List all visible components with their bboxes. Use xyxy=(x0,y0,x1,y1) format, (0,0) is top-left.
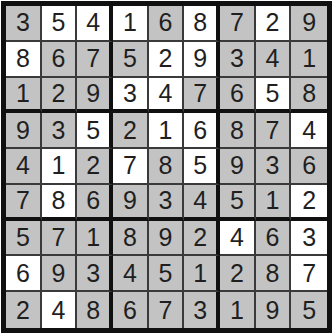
cell-r8c9: 7 xyxy=(291,256,327,292)
cell-r5c4: 7 xyxy=(113,149,149,185)
cell-r3c3: 9 xyxy=(77,78,113,114)
cell-r6c7: 5 xyxy=(220,185,256,221)
cell-r1c2: 5 xyxy=(42,6,78,42)
cell-r5c7: 9 xyxy=(220,149,256,185)
cell-r5c8: 3 xyxy=(256,149,292,185)
cell-r8c1: 6 xyxy=(6,256,42,292)
cell-r7c1: 5 xyxy=(6,221,42,257)
cell-r8c8: 8 xyxy=(256,256,292,292)
cell-r2c7: 3 xyxy=(220,42,256,78)
cell-r5c6: 5 xyxy=(184,149,220,185)
cell-r6c5: 3 xyxy=(149,185,185,221)
cell-r7c5: 9 xyxy=(149,221,185,257)
cell-r3c2: 2 xyxy=(42,78,78,114)
cell-r6c9: 2 xyxy=(291,185,327,221)
sudoku-board: 3541687298675293411293476589352168744127… xyxy=(1,1,332,333)
cell-r5c5: 8 xyxy=(149,149,185,185)
cell-r8c4: 4 xyxy=(113,256,149,292)
cell-r7c3: 1 xyxy=(77,221,113,257)
cell-r2c5: 2 xyxy=(149,42,185,78)
cell-r7c2: 7 xyxy=(42,221,78,257)
cell-r4c1: 9 xyxy=(6,113,42,149)
cell-r1c4: 1 xyxy=(113,6,149,42)
cell-r4c9: 4 xyxy=(291,113,327,149)
cell-r6c1: 7 xyxy=(6,185,42,221)
cell-r1c7: 7 xyxy=(220,6,256,42)
cell-r1c1: 3 xyxy=(6,6,42,42)
cell-r9c9: 5 xyxy=(291,292,327,328)
cell-r9c1: 2 xyxy=(6,292,42,328)
cell-r6c4: 9 xyxy=(113,185,149,221)
cell-r4c7: 8 xyxy=(220,113,256,149)
cell-r5c9: 6 xyxy=(291,149,327,185)
cell-r1c8: 2 xyxy=(256,6,292,42)
cell-r6c2: 8 xyxy=(42,185,78,221)
cell-r3c1: 1 xyxy=(6,78,42,114)
cell-r3c7: 6 xyxy=(220,78,256,114)
cell-r2c2: 6 xyxy=(42,42,78,78)
cell-r3c9: 8 xyxy=(291,78,327,114)
cell-r4c8: 7 xyxy=(256,113,292,149)
cell-r9c4: 6 xyxy=(113,292,149,328)
cell-r1c5: 6 xyxy=(149,6,185,42)
cell-r5c2: 1 xyxy=(42,149,78,185)
cell-r7c6: 2 xyxy=(184,221,220,257)
cell-r2c6: 9 xyxy=(184,42,220,78)
cell-r2c8: 4 xyxy=(256,42,292,78)
cell-r3c6: 7 xyxy=(184,78,220,114)
cell-r8c6: 1 xyxy=(184,256,220,292)
cell-r1c9: 9 xyxy=(291,6,327,42)
cell-r7c4: 8 xyxy=(113,221,149,257)
cell-r5c1: 4 xyxy=(6,149,42,185)
cell-r2c4: 5 xyxy=(113,42,149,78)
cell-r7c9: 3 xyxy=(291,221,327,257)
cell-r8c5: 5 xyxy=(149,256,185,292)
cell-r7c8: 6 xyxy=(256,221,292,257)
cell-r8c3: 3 xyxy=(77,256,113,292)
cell-r2c1: 8 xyxy=(6,42,42,78)
cell-r7c7: 4 xyxy=(220,221,256,257)
cell-r9c6: 3 xyxy=(184,292,220,328)
cell-r6c3: 6 xyxy=(77,185,113,221)
cell-r2c9: 1 xyxy=(291,42,327,78)
cell-r9c3: 8 xyxy=(77,292,113,328)
cell-r6c6: 4 xyxy=(184,185,220,221)
cell-r9c8: 9 xyxy=(256,292,292,328)
cell-r4c5: 1 xyxy=(149,113,185,149)
cell-r4c4: 2 xyxy=(113,113,149,149)
cell-r8c7: 2 xyxy=(220,256,256,292)
cell-r4c3: 5 xyxy=(77,113,113,149)
cell-r9c2: 4 xyxy=(42,292,78,328)
cell-r1c6: 8 xyxy=(184,6,220,42)
cell-r8c2: 9 xyxy=(42,256,78,292)
cell-r9c7: 1 xyxy=(220,292,256,328)
cell-r6c8: 1 xyxy=(256,185,292,221)
cell-r4c2: 3 xyxy=(42,113,78,149)
cell-r3c5: 4 xyxy=(149,78,185,114)
cell-r2c3: 7 xyxy=(77,42,113,78)
cell-r3c8: 5 xyxy=(256,78,292,114)
cell-r4c6: 6 xyxy=(184,113,220,149)
cell-r5c3: 2 xyxy=(77,149,113,185)
cell-r3c4: 3 xyxy=(113,78,149,114)
cell-r1c3: 4 xyxy=(77,6,113,42)
cell-r9c5: 7 xyxy=(149,292,185,328)
